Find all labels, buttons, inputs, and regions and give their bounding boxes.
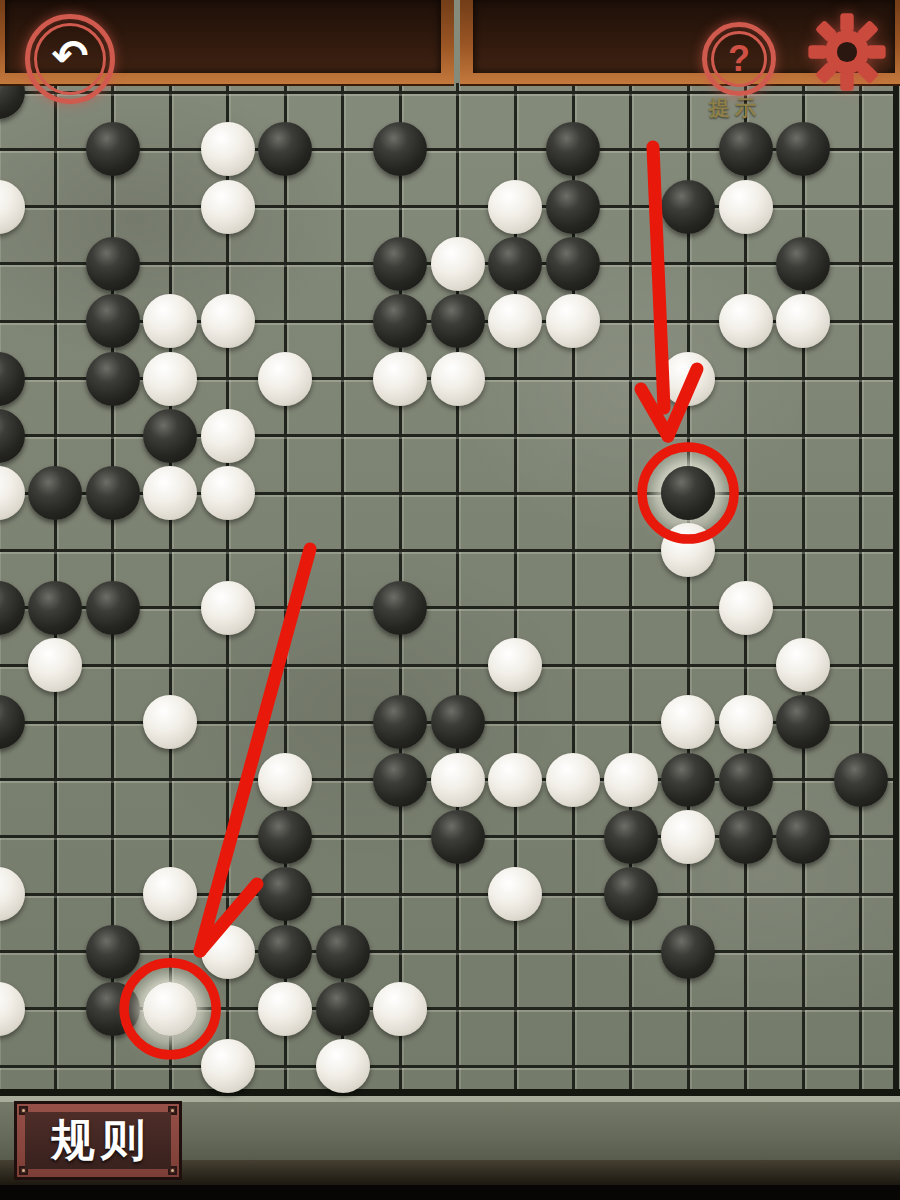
black-stone[interactable] (546, 122, 600, 176)
hint-button[interactable]: ? (702, 22, 776, 96)
white-stone[interactable] (28, 638, 82, 692)
grid-line (802, 83, 805, 1092)
black-stone[interactable] (86, 352, 140, 406)
black-stone[interactable] (661, 925, 715, 979)
white-stone[interactable] (201, 581, 255, 635)
black-stone[interactable] (373, 581, 427, 635)
black-stone[interactable] (86, 294, 140, 348)
question-mark-icon: ? (711, 31, 767, 87)
black-stone[interactable] (28, 466, 82, 520)
black-stone[interactable] (604, 867, 658, 921)
hint-button-label: 提示 (690, 94, 780, 122)
white-stone[interactable] (488, 753, 542, 807)
black-stone[interactable] (258, 810, 312, 864)
black-stone[interactable] (316, 982, 370, 1036)
white-stone[interactable] (604, 753, 658, 807)
black-stone[interactable] (316, 925, 370, 979)
white-stone[interactable] (488, 180, 542, 234)
rules-button-label: 规则 (45, 1111, 151, 1170)
black-stone[interactable] (373, 237, 427, 291)
grid-line (0, 434, 893, 437)
bottom-black-band (0, 1185, 900, 1200)
white-stone[interactable] (661, 695, 715, 749)
grid-line (572, 83, 575, 1092)
white-stone[interactable] (719, 294, 773, 348)
black-stone[interactable] (86, 581, 140, 635)
back-icon: ↶ (34, 23, 106, 95)
rules-button[interactable]: 规则 (14, 1101, 182, 1180)
white-stone[interactable] (143, 982, 197, 1036)
grid-line (629, 83, 632, 1092)
white-stone[interactable] (776, 638, 830, 692)
white-stone[interactable] (201, 122, 255, 176)
white-stone[interactable] (719, 695, 773, 749)
white-stone[interactable] (258, 753, 312, 807)
white-stone[interactable] (201, 409, 255, 463)
white-stone[interactable] (201, 1039, 255, 1093)
grid-line (169, 83, 172, 1092)
grid-line (859, 83, 862, 1092)
black-stone[interactable] (86, 925, 140, 979)
grid-line (456, 83, 459, 1092)
white-stone[interactable] (143, 466, 197, 520)
board-right-edge (893, 83, 899, 1092)
black-stone[interactable] (719, 810, 773, 864)
settings-button[interactable] (805, 10, 889, 94)
black-stone[interactable] (546, 237, 600, 291)
black-stone[interactable] (86, 237, 140, 291)
black-stone[interactable] (431, 810, 485, 864)
white-stone[interactable] (373, 982, 427, 1036)
white-stone[interactable] (258, 982, 312, 1036)
white-stone[interactable] (201, 180, 255, 234)
back-button[interactable]: ↶ (25, 14, 115, 104)
white-stone[interactable] (431, 352, 485, 406)
white-stone[interactable] (546, 294, 600, 348)
black-stone[interactable] (143, 409, 197, 463)
white-stone[interactable] (316, 1039, 370, 1093)
black-stone[interactable] (604, 810, 658, 864)
white-stone[interactable] (143, 294, 197, 348)
white-stone[interactable] (776, 294, 830, 348)
grid-line (0, 664, 893, 667)
white-stone[interactable] (431, 753, 485, 807)
black-stone[interactable] (776, 810, 830, 864)
white-stone[interactable] (546, 753, 600, 807)
black-stone[interactable] (661, 466, 715, 520)
black-stone[interactable] (431, 695, 485, 749)
white-stone[interactable] (201, 294, 255, 348)
white-stone[interactable] (719, 180, 773, 234)
white-stone[interactable] (661, 810, 715, 864)
white-stone[interactable] (373, 352, 427, 406)
black-stone[interactable] (86, 466, 140, 520)
black-stone[interactable] (661, 753, 715, 807)
black-stone[interactable] (86, 982, 140, 1036)
grid-line (514, 83, 517, 1092)
black-stone[interactable] (661, 180, 715, 234)
white-stone[interactable] (431, 237, 485, 291)
black-stone[interactable] (488, 237, 542, 291)
black-stone[interactable] (719, 122, 773, 176)
white-stone[interactable] (661, 352, 715, 406)
board-bottom-edge (0, 1089, 900, 1096)
grid-line (0, 1065, 893, 1068)
grid-line (0, 549, 893, 552)
black-stone[interactable] (546, 180, 600, 234)
black-stone[interactable] (834, 753, 888, 807)
gear-icon (808, 13, 885, 90)
white-stone[interactable] (719, 581, 773, 635)
black-stone[interactable] (28, 581, 82, 635)
grid-line (0, 893, 893, 896)
black-stone[interactable] (373, 753, 427, 807)
go-game-screen: ↶ ? 提示 规则 (0, 0, 900, 1200)
white-stone[interactable] (258, 352, 312, 406)
white-stone[interactable] (201, 925, 255, 979)
white-stone[interactable] (143, 867, 197, 921)
white-stone[interactable] (143, 352, 197, 406)
black-stone[interactable] (431, 294, 485, 348)
black-stone[interactable] (86, 122, 140, 176)
black-stone[interactable] (776, 237, 830, 291)
black-stone[interactable] (258, 925, 312, 979)
white-stone[interactable] (201, 466, 255, 520)
black-stone[interactable] (719, 753, 773, 807)
